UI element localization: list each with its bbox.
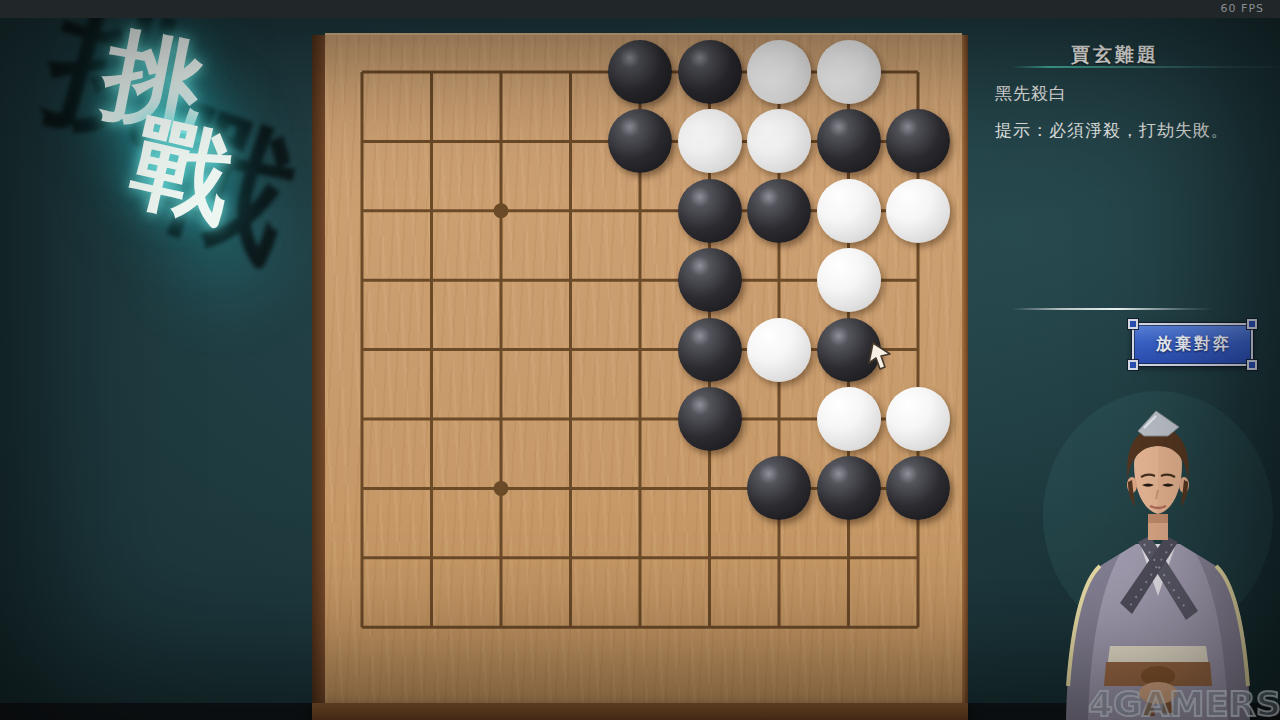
- white-stone: [817, 248, 881, 312]
- top-letterbox-bar: 60 FPS: [0, 0, 1280, 18]
- board-front-edge: [312, 703, 968, 720]
- black-stone: [817, 456, 881, 520]
- white-stone: [886, 179, 950, 243]
- star-point: [494, 203, 509, 218]
- white-stone: [817, 387, 881, 451]
- black-stone: [886, 109, 950, 173]
- white-stone: [886, 387, 950, 451]
- cursor-icon: [866, 341, 892, 371]
- white-stone: [678, 109, 742, 173]
- hint-text: 提示：必須淨殺，打劫失敗。: [995, 119, 1229, 142]
- white-stone: [747, 109, 811, 173]
- black-stone: [678, 387, 742, 451]
- fps-counter: 60 FPS: [1221, 2, 1264, 15]
- black-stone: [678, 179, 742, 243]
- black-stone: [608, 40, 672, 104]
- corner-ornament: [1128, 319, 1138, 329]
- black-stone: [747, 456, 811, 520]
- watermark-logo: 4GAMERS: [1089, 684, 1280, 720]
- give-up-button-label: 放棄對弈: [1153, 334, 1232, 355]
- black-stone: [678, 318, 742, 382]
- section-divider: [1012, 308, 1214, 310]
- black-stone: [678, 40, 742, 104]
- give-up-game-button[interactable]: 放棄對弈: [1132, 323, 1253, 366]
- white-stone: [747, 318, 811, 382]
- star-point: [494, 481, 509, 496]
- corner-ornament: [1247, 360, 1257, 370]
- white-stone: [817, 40, 881, 104]
- objective-text: 黑先殺白: [995, 82, 1067, 105]
- title-underline: [1012, 66, 1280, 68]
- white-stone: [817, 179, 881, 243]
- white-stone: [747, 40, 811, 104]
- black-stone: [608, 109, 672, 173]
- puzzle-title: 賈玄難題: [1040, 42, 1190, 68]
- black-stone: [886, 456, 950, 520]
- corner-ornament: [1128, 360, 1138, 370]
- black-stone: [678, 248, 742, 312]
- corner-ornament: [1247, 319, 1257, 329]
- black-stone: [817, 109, 881, 173]
- black-stone: [747, 179, 811, 243]
- npc-portrait: [1038, 386, 1280, 720]
